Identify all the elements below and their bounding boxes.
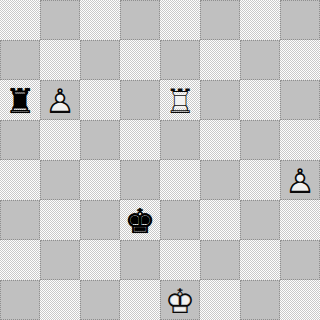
square-g8[interactable]	[240, 0, 280, 40]
square-g2[interactable]	[240, 240, 280, 280]
white-rook-glyph: ♖	[160, 80, 200, 120]
square-b4[interactable]	[40, 160, 80, 200]
square-g6[interactable]	[240, 80, 280, 120]
square-b3[interactable]	[40, 200, 80, 240]
square-f2[interactable]	[200, 240, 240, 280]
square-h2[interactable]	[280, 240, 320, 280]
square-e7[interactable]	[160, 40, 200, 80]
square-g1[interactable]	[240, 280, 280, 320]
white-king-glyph: ♔	[160, 280, 200, 320]
square-g7[interactable]	[240, 40, 280, 80]
white-pawn-piece[interactable]: ♟♙	[280, 160, 320, 200]
white-pawn-glyph: ♙	[280, 160, 320, 200]
square-b8[interactable]	[40, 0, 80, 40]
square-e5[interactable]	[160, 120, 200, 160]
square-f3[interactable]	[200, 200, 240, 240]
square-d5[interactable]	[120, 120, 160, 160]
square-e2[interactable]	[160, 240, 200, 280]
square-d1[interactable]	[120, 280, 160, 320]
square-d4[interactable]	[120, 160, 160, 200]
square-a8[interactable]	[0, 0, 40, 40]
square-b6[interactable]: ♟♙	[40, 80, 80, 120]
square-a6[interactable]: ♜♜	[0, 80, 40, 120]
square-f5[interactable]	[200, 120, 240, 160]
square-b2[interactable]	[40, 240, 80, 280]
square-h3[interactable]	[280, 200, 320, 240]
square-h4[interactable]: ♟♙	[280, 160, 320, 200]
square-a5[interactable]	[0, 120, 40, 160]
square-f8[interactable]	[200, 0, 240, 40]
square-a3[interactable]	[0, 200, 40, 240]
square-c6[interactable]	[80, 80, 120, 120]
square-a4[interactable]	[0, 160, 40, 200]
square-b5[interactable]	[40, 120, 80, 160]
black-king-piece[interactable]: ♚♚	[120, 200, 160, 240]
square-d3[interactable]: ♚♚	[120, 200, 160, 240]
square-c1[interactable]	[80, 280, 120, 320]
square-d6[interactable]	[120, 80, 160, 120]
square-g5[interactable]	[240, 120, 280, 160]
square-a7[interactable]	[0, 40, 40, 80]
black-rook-glyph: ♜	[0, 80, 40, 120]
square-e6[interactable]: ♜♖	[160, 80, 200, 120]
white-pawn-piece[interactable]: ♟♙	[40, 80, 80, 120]
square-h1[interactable]	[280, 280, 320, 320]
square-g4[interactable]	[240, 160, 280, 200]
black-king-glyph: ♚	[120, 200, 160, 240]
black-rook-piece[interactable]: ♜♜	[0, 80, 40, 120]
square-c2[interactable]	[80, 240, 120, 280]
square-d8[interactable]	[120, 0, 160, 40]
square-b7[interactable]	[40, 40, 80, 80]
square-h5[interactable]	[280, 120, 320, 160]
square-f7[interactable]	[200, 40, 240, 80]
square-f1[interactable]	[200, 280, 240, 320]
square-c3[interactable]	[80, 200, 120, 240]
square-d2[interactable]	[120, 240, 160, 280]
square-g3[interactable]	[240, 200, 280, 240]
square-c7[interactable]	[80, 40, 120, 80]
chessboard-window: ♜♜♟♙♜♖♟♙♚♚♚♔	[0, 0, 320, 320]
square-h8[interactable]	[280, 0, 320, 40]
square-c4[interactable]	[80, 160, 120, 200]
white-pawn-glyph: ♙	[40, 80, 80, 120]
chessboard: ♜♜♟♙♜♖♟♙♚♚♚♔	[0, 0, 320, 320]
square-a2[interactable]	[0, 240, 40, 280]
square-d7[interactable]	[120, 40, 160, 80]
square-e4[interactable]	[160, 160, 200, 200]
square-c5[interactable]	[80, 120, 120, 160]
square-c8[interactable]	[80, 0, 120, 40]
white-rook-piece[interactable]: ♜♖	[160, 80, 200, 120]
white-king-piece[interactable]: ♚♔	[160, 280, 200, 320]
square-a1[interactable]	[0, 280, 40, 320]
square-b1[interactable]	[40, 280, 80, 320]
square-e3[interactable]	[160, 200, 200, 240]
square-h7[interactable]	[280, 40, 320, 80]
square-f4[interactable]	[200, 160, 240, 200]
square-e1[interactable]: ♚♔	[160, 280, 200, 320]
square-h6[interactable]	[280, 80, 320, 120]
square-f6[interactable]	[200, 80, 240, 120]
square-e8[interactable]	[160, 0, 200, 40]
